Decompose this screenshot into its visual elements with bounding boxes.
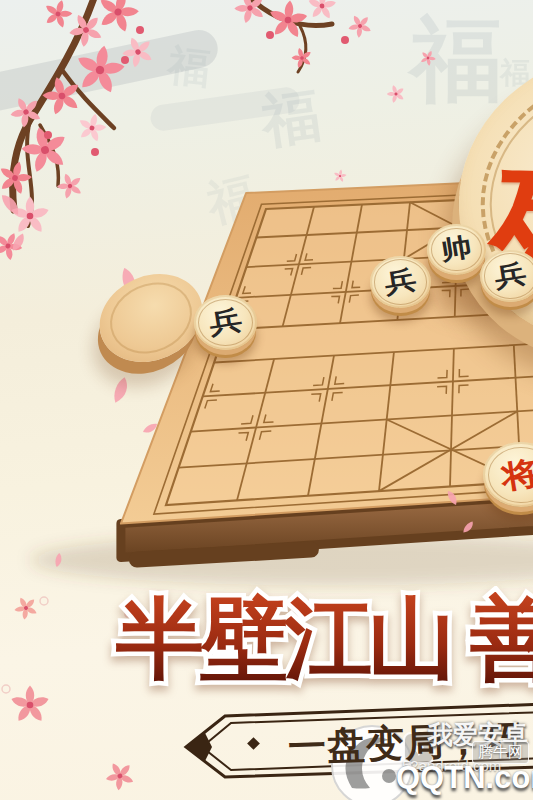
falling-petal [142, 422, 159, 436]
page-title-text: 半壁江山 善 [116, 592, 533, 689]
falling-petal [446, 489, 460, 506]
blossom-flower [40, 0, 76, 31]
piece-general-black-text: 帅 [427, 224, 486, 275]
piece-character: 将 [479, 443, 533, 507]
blossom-bud [136, 26, 144, 34]
blossom-flower [38, 72, 87, 119]
blossom-bud [121, 56, 129, 64]
blossom-flower [117, 31, 158, 72]
piece-soldier: 兵 [194, 295, 258, 350]
piece-character: 兵 [477, 250, 533, 302]
watermark-site-url: QQTN.com [396, 760, 533, 796]
blossom-flower [71, 41, 129, 97]
piece-general-red-text: 将 [483, 442, 533, 507]
blossom-bud [44, 131, 52, 139]
blossom-flower [332, 168, 347, 183]
sparkle-rings [2, 597, 131, 693]
banner-diamond-bullet [247, 737, 260, 750]
blossom-flower [384, 82, 407, 104]
piece-soldier: 兵 [480, 250, 533, 303]
blossom-flower [100, 756, 139, 795]
falling-petals [0, 192, 475, 568]
piece-character: 兵 [367, 256, 434, 308]
blossom-flower [418, 48, 439, 69]
splash-screen: 福福福福福福福福 残 帅兵兵兵将 半壁江山 善 半壁江山 善 [0, 0, 533, 800]
blossom-bud [91, 148, 99, 156]
blossom-flower [230, 0, 270, 27]
piece-soldier: 兵 [370, 256, 431, 309]
falling-petal [111, 376, 130, 405]
falling-petal [462, 520, 476, 535]
blossom-flower [10, 686, 50, 724]
blossom-flower [307, 0, 338, 20]
blossom-flower [344, 10, 376, 42]
blossom-bud [341, 36, 349, 44]
blossom-bud [266, 31, 274, 39]
blossom-flower [10, 592, 42, 623]
falling-petal [54, 552, 62, 567]
